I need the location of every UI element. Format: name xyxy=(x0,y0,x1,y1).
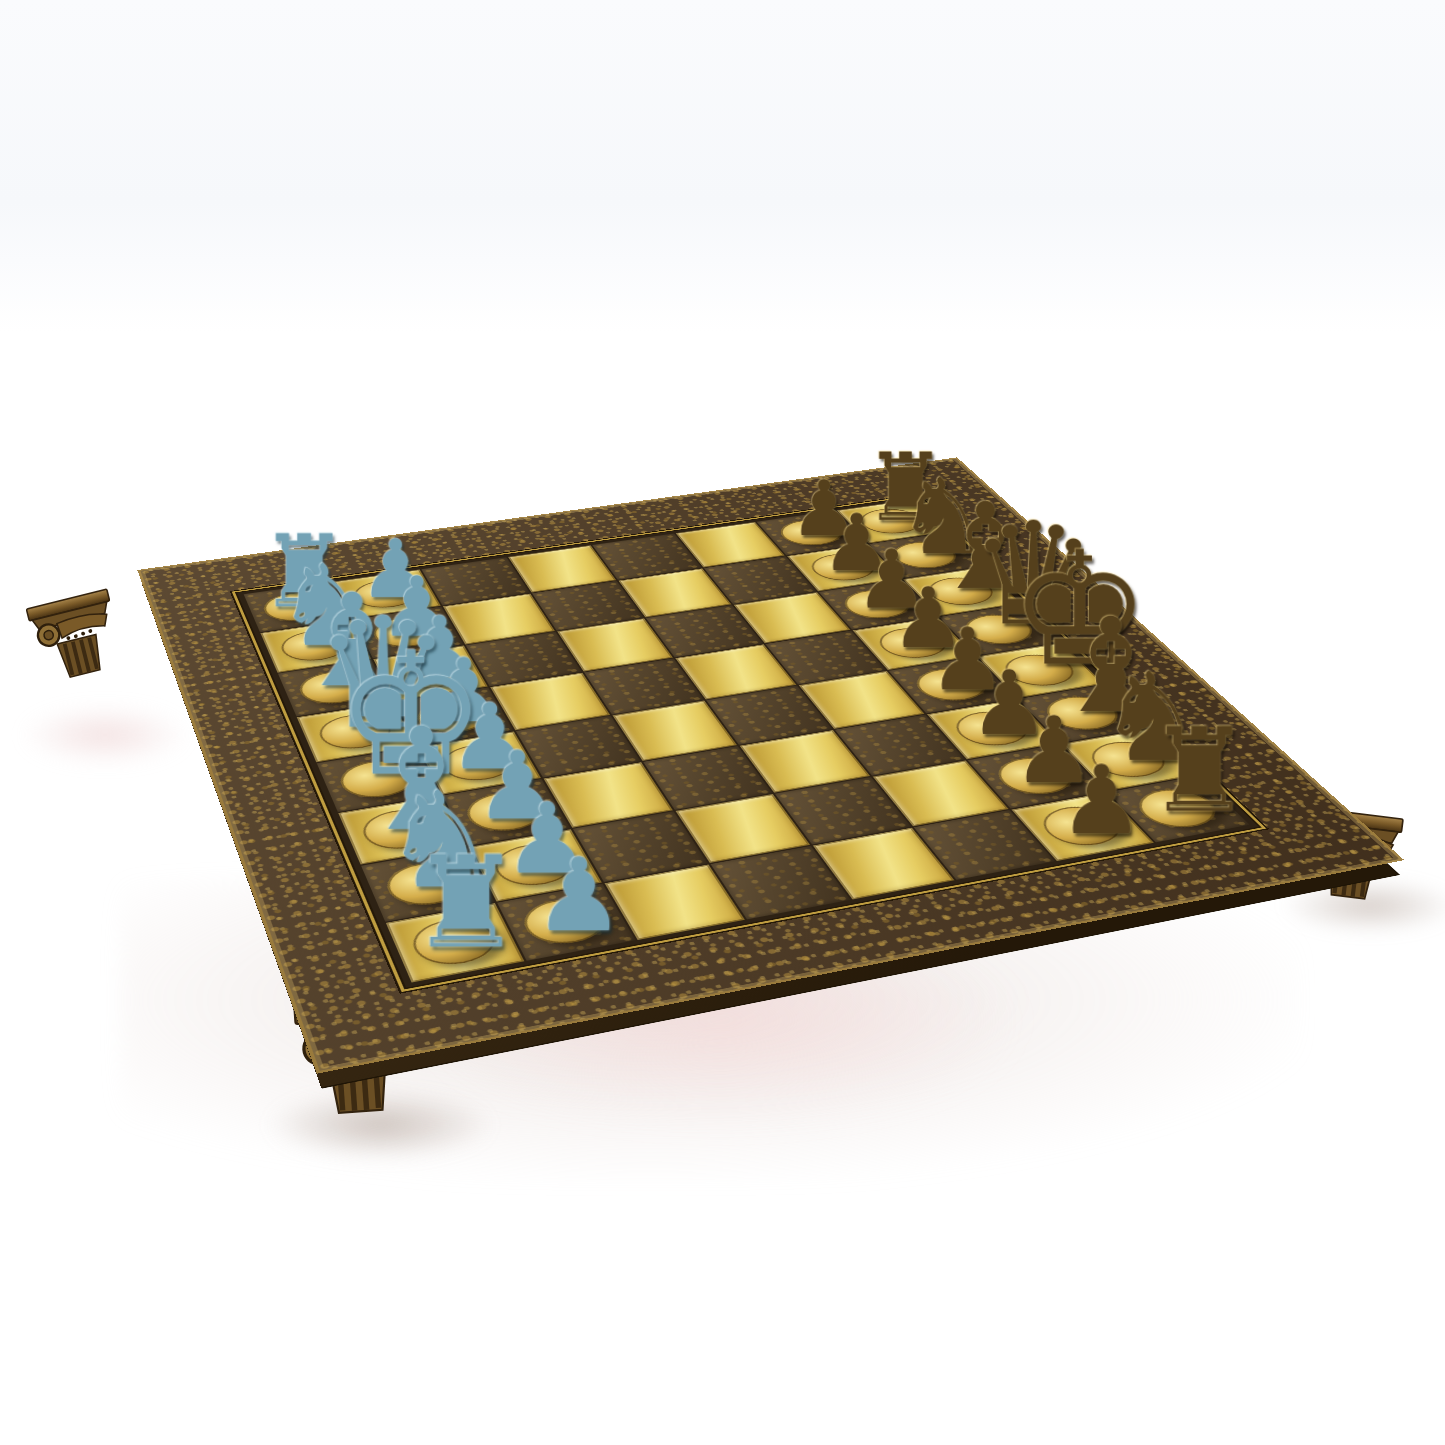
piece-bronze-rook-h1[interactable]: ♜ xyxy=(1146,713,1252,829)
board-grid: ♜♟♟♜♞♟♟♞♝♟♟♝♛♟♟♛♚♟♟♚♝♟♟♝♞♟♟♞♜♟♟♜ xyxy=(244,499,1250,982)
piece-blue-rook-a1[interactable]: ♜ xyxy=(408,840,523,966)
piece-bronze-pawn-g1[interactable]: ♟ xyxy=(1048,752,1155,847)
product-photo-scene: ♜♟♟♜♞♟♟♞♝♟♟♝♛♟♟♛♚♟♟♚♝♟♟♝♞♟♟♞♜♟♟♜ xyxy=(0,0,1445,1445)
board-perspective-wrap: ♜♟♟♜♞♟♟♞♝♟♟♝♛♟♟♛♚♟♟♚♝♟♟♝♞♟♟♞♜♟♟♜ xyxy=(0,0,1445,1445)
chess-board: ♜♟♟♜♞♟♟♞♝♟♟♝♛♟♟♛♚♟♟♚♝♟♟♝♞♟♟♞♜♟♟♜ xyxy=(140,459,1399,1071)
play-area: ♜♟♟♜♞♟♟♞♝♟♟♝♛♟♟♛♚♟♟♚♝♟♟♝♞♟♟♞♜♟♟♜ xyxy=(232,495,1267,992)
piece-blue-pawn-b1[interactable]: ♟ xyxy=(522,844,636,945)
